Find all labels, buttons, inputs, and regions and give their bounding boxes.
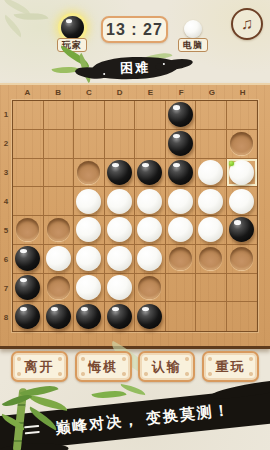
white-stone-h4: [229, 189, 254, 214]
board-cell-f3[interactable]: [166, 159, 197, 188]
board-cell-c1[interactable]: [74, 101, 105, 130]
board-cell-g7[interactable]: [196, 274, 227, 303]
board-cell-g1[interactable]: [196, 101, 227, 130]
black-stone-b8: [46, 304, 71, 329]
board-cell-h2[interactable]: [227, 130, 258, 159]
board-cell-c3[interactable]: [74, 159, 105, 188]
board-cell-b6[interactable]: [44, 245, 75, 274]
computer-stone-white: [184, 20, 202, 38]
action-bar: 离开 悔棋 认输 重玩: [0, 351, 270, 382]
board-cell-f7[interactable]: [166, 274, 197, 303]
board-cell-f4[interactable]: [166, 187, 197, 216]
white-stone-c7: [76, 275, 101, 300]
move-hint-f6[interactable]: [169, 247, 192, 270]
column-label-g: G: [197, 85, 228, 100]
board-cell-e4[interactable]: [135, 187, 166, 216]
move-hint-c3[interactable]: [77, 161, 100, 184]
last-move-marker: [229, 161, 234, 166]
board-cell-d8[interactable]: [105, 302, 136, 331]
column-label-d: D: [104, 85, 135, 100]
move-hint-b7[interactable]: [47, 276, 70, 299]
board-cell-c2[interactable]: [74, 130, 105, 159]
row-label-7: 7: [0, 274, 12, 303]
bamboo-plant: [0, 380, 80, 450]
board-cell-d2[interactable]: [105, 130, 136, 159]
board-cell-a6[interactable]: [13, 245, 44, 274]
white-stone-d5: [107, 217, 132, 242]
board-cell-g5[interactable]: [196, 216, 227, 245]
board-cell-b1[interactable]: [44, 101, 75, 130]
undo-button[interactable]: 悔棋: [75, 351, 132, 382]
move-hint-g6[interactable]: [199, 247, 222, 270]
white-stone-d4: [107, 189, 132, 214]
column-label-b: B: [43, 85, 74, 100]
board-cell-f1[interactable]: [166, 101, 197, 130]
column-label-f: F: [166, 85, 197, 100]
board-cell-h3[interactable]: [227, 159, 258, 188]
white-stone-c6: [76, 246, 101, 271]
white-stone-f5: [168, 217, 193, 242]
board-cell-b8[interactable]: [44, 302, 75, 331]
board-cell-c8[interactable]: [74, 302, 105, 331]
board-cell-d3[interactable]: [105, 159, 136, 188]
board-cell-b7[interactable]: [44, 274, 75, 303]
game-screen: 玩家 13 : 27 电脑 ♫ 困难 ABCDEFGH 12345678 离开 …: [0, 0, 270, 450]
column-label-e: E: [135, 85, 166, 100]
white-stone-g4: [198, 189, 223, 214]
row-label-6: 6: [0, 245, 12, 274]
slogan-text: 巅峰对决， 变换莫测！: [54, 400, 231, 437]
board-cell-h8[interactable]: [227, 302, 258, 331]
board-cell-h1[interactable]: [227, 101, 258, 130]
white-stone-f4: [168, 189, 193, 214]
white-stone-e6: [137, 246, 162, 271]
column-label-h: H: [227, 85, 258, 100]
bamboo-leaf: [91, 386, 126, 403]
white-stone-g3: [198, 160, 223, 185]
white-stone-b6: [46, 246, 71, 271]
black-stone-h5: [229, 217, 254, 242]
white-stone-d6: [107, 246, 132, 271]
black-stone-f2: [168, 131, 193, 156]
board-cell-a8[interactable]: [13, 302, 44, 331]
column-label-a: A: [12, 85, 43, 100]
board-cell-c6[interactable]: [74, 245, 105, 274]
board-cell-h6[interactable]: [227, 245, 258, 274]
board-cell-e6[interactable]: [135, 245, 166, 274]
othello-board: ABCDEFGH 12345678: [0, 83, 270, 349]
board-cell-g4[interactable]: [196, 187, 227, 216]
board-cell-d6[interactable]: [105, 245, 136, 274]
column-label-c: C: [74, 85, 105, 100]
board-cell-d7[interactable]: [105, 274, 136, 303]
board-cell-a1[interactable]: [13, 101, 44, 130]
board-cell-a2[interactable]: [13, 130, 44, 159]
board-cell-f6[interactable]: [166, 245, 197, 274]
white-stone-e5: [137, 217, 162, 242]
row-label-8: 8: [0, 303, 12, 332]
board-cell-f2[interactable]: [166, 130, 197, 159]
board-cell-a3[interactable]: [13, 159, 44, 188]
move-hint-a5[interactable]: [16, 218, 39, 241]
replay-button[interactable]: 重玩: [202, 351, 259, 382]
white-stone-c4: [76, 189, 101, 214]
board-cell-g2[interactable]: [196, 130, 227, 159]
move-hint-h2[interactable]: [230, 132, 253, 155]
board-cell-g8[interactable]: [196, 302, 227, 331]
black-stone-d3: [107, 160, 132, 185]
board-cell-f5[interactable]: [166, 216, 197, 245]
board-cell-e7[interactable]: [135, 274, 166, 303]
white-stone-c5: [76, 217, 101, 242]
difficulty-label: 困难: [120, 58, 151, 77]
black-stone-d8: [107, 304, 132, 329]
board-cell-d1[interactable]: [105, 101, 136, 130]
board-cell-a4[interactable]: [13, 187, 44, 216]
move-hint-e7[interactable]: [138, 276, 161, 299]
board-cell-b3[interactable]: [44, 159, 75, 188]
row-labels: 12345678: [0, 100, 12, 332]
white-stone-e4: [137, 189, 162, 214]
black-stone-e3: [137, 160, 162, 185]
board-cell-e3[interactable]: [135, 159, 166, 188]
board-cell-d5[interactable]: [105, 216, 136, 245]
row-label-5: 5: [0, 216, 12, 245]
black-stone-c8: [76, 304, 101, 329]
board-cell-e1[interactable]: [135, 101, 166, 130]
black-stone-f3: [168, 160, 193, 185]
white-stone-d7: [107, 275, 132, 300]
board-cell-c4[interactable]: [74, 187, 105, 216]
board-cell-e2[interactable]: [135, 130, 166, 159]
music-icon[interactable]: ♫: [231, 8, 263, 40]
black-stone-e8: [137, 304, 162, 329]
board-cell-d4[interactable]: [105, 187, 136, 216]
black-stone-f1: [168, 102, 193, 127]
board-cell-c5[interactable]: [74, 216, 105, 245]
board-cell-g6[interactable]: [196, 245, 227, 274]
row-label-2: 2: [0, 129, 12, 158]
music-note-glyph: ♫: [241, 15, 253, 33]
board-grid: [12, 100, 258, 332]
board-cell-f8[interactable]: [166, 302, 197, 331]
row-label-4: 4: [0, 187, 12, 216]
player-stone-black: [61, 16, 84, 39]
computer-label: 电脑: [178, 38, 208, 52]
board-cell-b2[interactable]: [44, 130, 75, 159]
white-stone-g5: [198, 217, 223, 242]
black-stone-a6: [15, 246, 40, 271]
board-cell-h5[interactable]: [227, 216, 258, 245]
board-cell-g3[interactable]: [196, 159, 227, 188]
move-hint-b5[interactable]: [47, 218, 70, 241]
black-stone-a8: [15, 304, 40, 329]
column-labels: ABCDEFGH: [12, 85, 258, 100]
board-cell-b4[interactable]: [44, 187, 75, 216]
board-cell-c7[interactable]: [74, 274, 105, 303]
resign-button[interactable]: 认输: [138, 351, 195, 382]
board-cell-h7[interactable]: [227, 274, 258, 303]
row-label-3: 3: [0, 158, 12, 187]
board-cell-a5[interactable]: [13, 216, 44, 245]
difficulty-banner: 困难: [91, 55, 180, 80]
board-cell-e5[interactable]: [135, 216, 166, 245]
board-cell-a7[interactable]: [13, 274, 44, 303]
board-cell-h4[interactable]: [227, 187, 258, 216]
board-cell-b5[interactable]: [44, 216, 75, 245]
black-stone-a7: [15, 275, 40, 300]
leave-button[interactable]: 离开: [11, 351, 68, 382]
board-cell-e8[interactable]: [135, 302, 166, 331]
row-label-1: 1: [0, 100, 12, 129]
move-hint-h6[interactable]: [230, 247, 253, 270]
timer: 13 : 27: [101, 16, 168, 43]
